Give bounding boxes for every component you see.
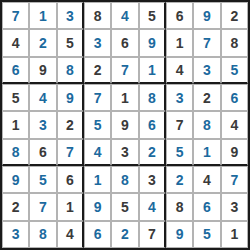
cell-r7c5[interactable]: 8: [111, 166, 138, 193]
cell-r8c1[interactable]: 2: [2, 193, 29, 220]
cell-r4c7[interactable]: 3: [166, 84, 193, 111]
cell-r5c3[interactable]: 2: [57, 111, 84, 138]
cell-r9c2[interactable]: 8: [29, 221, 56, 248]
cell-r3c9[interactable]: 5: [221, 57, 248, 84]
cell-r3c1[interactable]: 6: [2, 57, 29, 84]
cell-r6c4[interactable]: 4: [84, 139, 111, 166]
cell-r2c3[interactable]: 5: [57, 29, 84, 56]
cell-r4c1[interactable]: 5: [2, 84, 29, 111]
cell-r5c7[interactable]: 7: [166, 111, 193, 138]
cell-r9c8[interactable]: 5: [193, 221, 220, 248]
cell-r5c6[interactable]: 6: [139, 111, 166, 138]
cell-r6c3[interactable]: 7: [57, 139, 84, 166]
cell-r9c6[interactable]: 7: [139, 221, 166, 248]
cell-r9c3[interactable]: 4: [57, 221, 84, 248]
cell-r5c2[interactable]: 3: [29, 111, 56, 138]
cell-r2c5[interactable]: 6: [111, 29, 138, 56]
cell-r8c5[interactable]: 5: [111, 193, 138, 220]
cell-r2c6[interactable]: 9: [139, 29, 166, 56]
cell-r4c5[interactable]: 1: [111, 84, 138, 111]
cell-r2c1[interactable]: 4: [2, 29, 29, 56]
cell-r2c9[interactable]: 8: [221, 29, 248, 56]
cell-r3c2[interactable]: 9: [29, 57, 56, 84]
cell-r2c2[interactable]: 2: [29, 29, 56, 56]
cell-r6c2[interactable]: 6: [29, 139, 56, 166]
cell-r6c8[interactable]: 1: [193, 139, 220, 166]
cell-r1c1[interactable]: 7: [2, 2, 29, 29]
cell-r7c3[interactable]: 6: [57, 166, 84, 193]
cell-r8c2[interactable]: 7: [29, 193, 56, 220]
cell-r4c2[interactable]: 4: [29, 84, 56, 111]
cell-r4c8[interactable]: 2: [193, 84, 220, 111]
cell-r1c5[interactable]: 4: [111, 2, 138, 29]
cell-r8c4[interactable]: 9: [84, 193, 111, 220]
cell-r5c1[interactable]: 1: [2, 111, 29, 138]
cell-r2c4[interactable]: 3: [84, 29, 111, 56]
cell-r9c5[interactable]: 2: [111, 221, 138, 248]
cell-r3c7[interactable]: 4: [166, 57, 193, 84]
cell-r7c1[interactable]: 9: [2, 166, 29, 193]
cell-r1c2[interactable]: 1: [29, 2, 56, 29]
cell-r3c8[interactable]: 3: [193, 57, 220, 84]
cell-r8c9[interactable]: 3: [221, 193, 248, 220]
cell-r7c4[interactable]: 1: [84, 166, 111, 193]
cell-r3c4[interactable]: 2: [84, 57, 111, 84]
cell-r1c7[interactable]: 6: [166, 2, 193, 29]
cell-r7c2[interactable]: 5: [29, 166, 56, 193]
cell-r9c4[interactable]: 6: [84, 221, 111, 248]
cell-r8c6[interactable]: 4: [139, 193, 166, 220]
cell-r9c7[interactable]: 9: [166, 221, 193, 248]
cell-r3c3[interactable]: 8: [57, 57, 84, 84]
cell-r7c9[interactable]: 7: [221, 166, 248, 193]
cell-r4c3[interactable]: 9: [57, 84, 84, 111]
cell-r2c8[interactable]: 7: [193, 29, 220, 56]
cell-r1c8[interactable]: 9: [193, 2, 220, 29]
cell-r2c7[interactable]: 1: [166, 29, 193, 56]
cell-r8c7[interactable]: 8: [166, 193, 193, 220]
cell-r3c6[interactable]: 1: [139, 57, 166, 84]
cell-r5c4[interactable]: 5: [84, 111, 111, 138]
cell-r9c1[interactable]: 3: [2, 221, 29, 248]
cell-r8c3[interactable]: 1: [57, 193, 84, 220]
cell-r3c5[interactable]: 7: [111, 57, 138, 84]
cell-r7c8[interactable]: 4: [193, 166, 220, 193]
cell-r7c7[interactable]: 2: [166, 166, 193, 193]
cell-r1c4[interactable]: 8: [84, 2, 111, 29]
cell-r8c8[interactable]: 6: [193, 193, 220, 220]
cell-r6c1[interactable]: 8: [2, 139, 29, 166]
sudoku-board: 7138456924253691786982714355497183261325…: [0, 0, 250, 250]
cell-r5c9[interactable]: 4: [221, 111, 248, 138]
cell-r1c6[interactable]: 5: [139, 2, 166, 29]
cell-r7c6[interactable]: 3: [139, 166, 166, 193]
cell-r6c9[interactable]: 9: [221, 139, 248, 166]
cell-r5c5[interactable]: 9: [111, 111, 138, 138]
cell-r1c9[interactable]: 2: [221, 2, 248, 29]
cell-r4c6[interactable]: 8: [139, 84, 166, 111]
cell-r6c5[interactable]: 3: [111, 139, 138, 166]
cell-r5c8[interactable]: 8: [193, 111, 220, 138]
cell-r6c7[interactable]: 5: [166, 139, 193, 166]
cell-r4c9[interactable]: 6: [221, 84, 248, 111]
cell-r9c9[interactable]: 1: [221, 221, 248, 248]
cell-r4c4[interactable]: 7: [84, 84, 111, 111]
cell-r6c6[interactable]: 2: [139, 139, 166, 166]
cell-r1c3[interactable]: 3: [57, 2, 84, 29]
